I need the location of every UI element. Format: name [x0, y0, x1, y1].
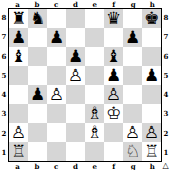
square-g4[interactable]: [123, 85, 142, 104]
white-pawn[interactable]: ♙: [106, 85, 121, 104]
square-c3[interactable]: [47, 104, 66, 123]
square-h3[interactable]: [142, 104, 161, 123]
square-c8[interactable]: [47, 9, 66, 28]
rank-labels-right-5: 5: [162, 66, 170, 85]
square-a6[interactable]: ♝: [9, 47, 28, 66]
square-c7[interactable]: ♟: [47, 28, 66, 47]
square-f7[interactable]: [104, 28, 123, 47]
square-f4[interactable]: ♙: [104, 85, 123, 104]
square-b2[interactable]: [28, 123, 47, 142]
file-labels-top-f: f: [104, 0, 123, 8]
square-h2[interactable]: ♙: [142, 123, 161, 142]
rank-labels-right-3: 3: [162, 104, 170, 123]
black-pawn[interactable]: ♟: [49, 28, 64, 47]
square-g1[interactable]: ♘: [123, 142, 142, 161]
square-e2[interactable]: ♗: [85, 123, 104, 142]
file-labels-top-g: g: [124, 0, 143, 8]
file-labels-bottom-h: h: [143, 162, 162, 170]
square-g6[interactable]: [123, 47, 142, 66]
white-pawn[interactable]: ♙: [125, 123, 140, 142]
square-b1[interactable]: [28, 142, 47, 161]
square-e3[interactable]: ♗: [85, 104, 104, 123]
black-rook[interactable]: ♜: [11, 9, 26, 28]
black-pawn[interactable]: ♟: [144, 66, 159, 85]
rank-labels-left-3: 3: [0, 104, 8, 123]
black-pawn[interactable]: ♟: [125, 28, 140, 47]
file-labels-top-a: a: [8, 0, 27, 8]
square-a3[interactable]: [9, 104, 28, 123]
square-g8[interactable]: [123, 9, 142, 28]
square-f5[interactable]: ♟: [104, 66, 123, 85]
file-labels-bottom-d: d: [66, 162, 85, 170]
rank-labels-left-2: 2: [0, 124, 8, 143]
square-b3[interactable]: [28, 104, 47, 123]
white-rook[interactable]: ♖: [11, 142, 26, 161]
square-d3[interactable]: [66, 104, 85, 123]
square-b6[interactable]: [28, 47, 47, 66]
white-pawn[interactable]: ♙: [68, 66, 83, 85]
square-h1[interactable]: ♖: [142, 142, 161, 161]
square-d5[interactable]: ♙: [66, 66, 85, 85]
rank-labels-left-8: 8: [0, 8, 8, 27]
rank-labels-right-7: 7: [162, 27, 170, 46]
chess-board: ♜♞♛♚♟♟♟♝♟♝♙♟♟♟♙♙♗♔♙♗♙♙♖♘♖: [8, 8, 162, 162]
black-queen[interactable]: ♛: [106, 9, 121, 28]
file-labels-top-d: d: [66, 0, 85, 8]
rank-labels-right-6: 6: [162, 47, 170, 66]
square-d1[interactable]: [66, 142, 85, 161]
square-e4[interactable]: [85, 85, 104, 104]
square-b4[interactable]: ♟: [28, 85, 47, 104]
chess-diagram: abcdefgh 87654321 ♜♞♛♚♟♟♟♝♟♝♙♟♟♟♙♙♗♔♙♗♙♙…: [0, 0, 170, 170]
square-c6[interactable]: [47, 47, 66, 66]
square-d4[interactable]: [66, 85, 85, 104]
rank-labels-left-5: 5: [0, 66, 8, 85]
white-knight[interactable]: ♘: [125, 142, 140, 161]
square-d7[interactable]: [66, 28, 85, 47]
square-h4[interactable]: [142, 85, 161, 104]
square-c4[interactable]: ♙: [47, 85, 66, 104]
square-a7[interactable]: ♟: [9, 28, 28, 47]
white-king[interactable]: ♔: [106, 104, 121, 123]
square-h8[interactable]: ♚: [142, 9, 161, 28]
square-e8[interactable]: [85, 9, 104, 28]
file-labels-top-c: c: [47, 0, 66, 8]
white-to-move-indicator: △: [161, 161, 170, 170]
black-bishop[interactable]: ♝: [106, 47, 121, 66]
square-e6[interactable]: [85, 47, 104, 66]
file-labels-bottom: abcdefgh: [8, 162, 162, 170]
square-c5[interactable]: [47, 66, 66, 85]
square-g3[interactable]: [123, 104, 142, 123]
square-b8[interactable]: ♞: [28, 9, 47, 28]
black-bishop[interactable]: ♝: [11, 47, 26, 66]
square-a5[interactable]: [9, 66, 28, 85]
file-labels-top-e: e: [85, 0, 104, 8]
square-h6[interactable]: [142, 47, 161, 66]
rank-labels-left: 87654321: [0, 8, 8, 162]
rank-labels-left-6: 6: [0, 47, 8, 66]
white-pawn[interactable]: ♙: [11, 123, 26, 142]
rank-labels-right-8: 8: [162, 8, 170, 27]
file-labels-bottom-g: g: [124, 162, 143, 170]
square-e5[interactable]: [85, 66, 104, 85]
black-pawn[interactable]: ♟: [68, 47, 83, 66]
square-a4[interactable]: [9, 85, 28, 104]
square-d2[interactable]: [66, 123, 85, 142]
white-rook[interactable]: ♖: [144, 142, 159, 161]
white-pawn[interactable]: ♙: [49, 85, 64, 104]
white-bishop[interactable]: ♗: [87, 123, 102, 142]
black-pawn[interactable]: ♟: [106, 66, 121, 85]
square-a2[interactable]: ♙: [9, 123, 28, 142]
file-labels-bottom-a: a: [8, 162, 27, 170]
rank-labels-right-2: 2: [162, 124, 170, 143]
rank-labels-right-4: 4: [162, 85, 170, 104]
square-b7[interactable]: [28, 28, 47, 47]
rank-labels-left-4: 4: [0, 85, 8, 104]
file-labels-top-b: b: [27, 0, 46, 8]
square-b5[interactable]: [28, 66, 47, 85]
rank-labels-right: 87654321: [162, 8, 170, 162]
square-g2[interactable]: ♙: [123, 123, 142, 142]
square-f3[interactable]: ♔: [104, 104, 123, 123]
square-e7[interactable]: [85, 28, 104, 47]
file-labels-bottom-e: e: [85, 162, 104, 170]
square-f1[interactable]: [104, 142, 123, 161]
square-f2[interactable]: [104, 123, 123, 142]
file-labels-top-h: h: [143, 0, 162, 8]
square-a1[interactable]: ♖: [9, 142, 28, 161]
file-labels-bottom-b: b: [27, 162, 46, 170]
square-h5[interactable]: ♟: [142, 66, 161, 85]
black-pawn[interactable]: ♟: [30, 85, 45, 104]
rank-labels-left-1: 1: [0, 143, 8, 162]
square-g7[interactable]: ♟: [123, 28, 142, 47]
rank-labels-right-1: 1: [162, 143, 170, 162]
black-knight[interactable]: ♞: [30, 9, 45, 28]
square-f8[interactable]: ♛: [104, 9, 123, 28]
white-pawn[interactable]: ♙: [144, 123, 159, 142]
white-bishop[interactable]: ♗: [87, 104, 102, 123]
file-labels-bottom-f: f: [104, 162, 123, 170]
rank-labels-left-7: 7: [0, 27, 8, 46]
square-c1[interactable]: [47, 142, 66, 161]
square-f6[interactable]: ♝: [104, 47, 123, 66]
square-d6[interactable]: ♟: [66, 47, 85, 66]
square-a8[interactable]: ♜: [9, 9, 28, 28]
black-king[interactable]: ♚: [144, 9, 159, 28]
square-g5[interactable]: [123, 66, 142, 85]
square-c2[interactable]: [47, 123, 66, 142]
square-e1[interactable]: [85, 142, 104, 161]
square-d8[interactable]: [66, 9, 85, 28]
black-pawn[interactable]: ♟: [11, 28, 26, 47]
file-labels-top: abcdefgh: [8, 0, 162, 8]
square-h7[interactable]: [142, 28, 161, 47]
file-labels-bottom-c: c: [47, 162, 66, 170]
